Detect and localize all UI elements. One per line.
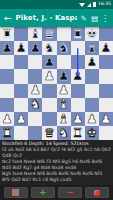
piece-black-pawn: ♟ [16,41,27,54]
square-e3[interactable]: ♝ [57,98,71,112]
piece-white-king: ♚ [86,126,97,139]
square-d7[interactable]: ♞ [42,41,56,55]
piece-white-bishop: ♝ [58,98,69,111]
piece-black-king: ♚ [86,27,97,40]
engine-pv-line[interactable]: Nc2 fxe4 Nxe4 Nf6 f3 Nf5 Bg5 h6 Nxf6 Bxf… [2,159,111,171]
square-h4[interactable] [99,84,113,98]
square-b1[interactable] [14,126,28,140]
piece-white-knight: ♞ [30,98,41,111]
square-h3[interactable] [99,98,113,112]
square-a4[interactable] [0,84,14,98]
piece-black-rook: ♜ [72,27,83,40]
square-c2[interactable] [28,112,42,126]
piece-white-pawn: ♟ [86,112,97,125]
board-setup-button[interactable] [4,187,28,198]
square-f7[interactable] [71,41,85,55]
square-g3[interactable] [85,98,99,112]
square-g1[interactable]: ♚ [85,126,99,140]
square-b2[interactable]: ♟ [14,112,28,126]
square-b5[interactable] [14,69,28,83]
delete-move-button[interactable]: − [58,187,82,198]
chess-board-container: ♜♝♛♜♚♟♟♟♞♞♝♟♟♟♟♟♟♟♟♞♝♟♟♝♟♟♟♜♛♞♜♚ [0,27,113,140]
engine-pv-line[interactable]: Bg5 fxe4 Nxe4 Nf6 Bxf6 Bxf6 Nxf6 Rxf6 Nf… [2,171,111,183]
piece-white-queen: ♛ [44,126,55,139]
piece-black-knight: ♞ [58,41,69,54]
square-e5[interactable]: ♟ [57,69,71,83]
piece-black-pawn: ♟ [44,56,55,69]
engine-toggle-button[interactable] [85,187,109,198]
square-d6[interactable]: ♟ [42,55,56,69]
clock-text: 16:35 [98,2,111,7]
square-c6[interactable] [28,55,42,69]
piece-white-pawn: ♟ [72,112,83,125]
square-d1[interactable]: ♛ [42,126,56,140]
piece-black-pawn: ♟ [1,41,12,54]
status-bar: 16:35 [0,0,113,9]
add-variation-button[interactable]: + [31,187,55,198]
piece-black-bishop: ♝ [30,27,41,40]
square-g2[interactable]: ♟ [85,112,99,126]
square-g8[interactable]: ♚ [85,27,99,41]
signal-icon [87,3,91,7]
square-e6[interactable] [57,55,71,69]
piece-white-knight: ♞ [58,126,69,139]
piece-black-pawn: ♟ [30,41,41,54]
wifi-icon [79,3,85,7]
square-g5[interactable] [85,69,99,83]
square-h8[interactable] [99,27,113,41]
piece-white-pawn: ♟ [30,84,41,97]
square-g6[interactable]: ♟ [85,55,99,69]
square-d4[interactable] [42,84,56,98]
piece-white-rook: ♜ [72,126,83,139]
square-f2[interactable]: ♟ [71,112,85,126]
square-c4[interactable]: ♟ [28,84,42,98]
red-circle-icon [94,190,100,196]
square-a2[interactable]: ♟ [0,112,14,126]
engine-analysis-panel[interactable]: Stockfish 6 Depth: 14 Speed: 521kn/s f3 … [0,140,113,185]
square-b8[interactable] [14,27,28,41]
piece-black-rook: ♜ [1,27,12,40]
square-b4[interactable] [14,84,28,98]
square-f3[interactable] [71,98,85,112]
square-f1[interactable]: ♜ [71,126,85,140]
piece-white-pawn: ♟ [16,112,27,125]
square-f5[interactable]: ♟ [71,69,85,83]
piece-black-knight: ♞ [44,41,55,54]
square-f4[interactable] [71,84,85,98]
piece-white-bishop: ♝ [58,112,69,125]
square-e4[interactable]: ♟ [57,84,71,98]
edit-pencil-icon[interactable]: ✎ [81,14,87,23]
square-f8[interactable]: ♜ [71,27,85,41]
square-a8[interactable]: ♜ [0,27,14,41]
square-b6[interactable] [14,55,28,69]
square-g4[interactable] [85,84,99,98]
square-e7[interactable]: ♞ [57,41,71,55]
piece-black-bishop: ♝ [86,41,97,54]
piece-black-pawn: ♟ [72,70,83,83]
overflow-menu-icon[interactable]: ⋮ [101,14,109,23]
piece-white-pawn: ♟ [58,84,69,97]
square-a3[interactable] [0,98,14,112]
minus-icon: − [66,188,74,197]
square-h7[interactable]: ♟ [99,41,113,55]
square-e1[interactable]: ♞ [57,126,71,140]
checkerboard-icon [12,189,19,196]
engine-pv-line[interactable]: f3 a5 Nd3 b6 b3 Bb7 Qc2 f4 Bf2 g5 Rc1 h6… [2,147,111,159]
square-c3[interactable]: ♞ [28,98,42,112]
square-b7[interactable]: ♟ [14,41,28,55]
square-d8[interactable]: ♛ [42,27,56,41]
square-c7[interactable]: ♟ [28,41,42,55]
square-f6[interactable] [71,55,85,69]
piece-black-pawn: ♟ [58,70,69,83]
square-h2[interactable]: ♟ [99,112,113,126]
piece-white-pawn: ♟ [44,70,55,83]
square-a7[interactable]: ♟ [0,41,14,55]
square-h1[interactable] [99,126,113,140]
square-d2[interactable] [42,112,56,126]
back-arrow-icon[interactable]: ← [4,13,12,23]
piece-white-pawn: ♟ [1,112,12,125]
square-e2[interactable]: ♝ [57,112,71,126]
square-h5[interactable] [99,69,113,83]
square-c5[interactable] [28,69,42,83]
square-c8[interactable]: ♝ [28,27,42,41]
battery-icon [93,2,96,7]
game-title: Piket, J. - Kaspar... [16,14,77,22]
piece-white-pawn: ♟ [100,112,111,125]
plus-icon: + [39,188,47,197]
square-a5[interactable] [0,69,14,83]
book-icon[interactable]: ▤ [91,14,98,23]
chess-board[interactable]: ♜♝♛♜♚♟♟♟♞♞♝♟♟♟♟♟♟♟♟♞♝♟♟♝♟♟♟♜♛♞♜♚ [0,27,113,140]
square-d5[interactable]: ♟ [42,69,56,83]
app-bar: ← Piket, J. - Kaspar... ✎ ▤ ⋮ [0,9,113,27]
square-a6[interactable] [0,55,14,69]
square-h6[interactable] [99,55,113,69]
square-a1[interactable]: ♜ [0,126,14,140]
square-c1[interactable] [28,126,42,140]
square-d3[interactable] [42,98,56,112]
square-g7[interactable]: ♝ [85,41,99,55]
square-e8[interactable] [57,27,71,41]
piece-black-pawn: ♟ [100,41,111,54]
piece-black-pawn: ♟ [86,56,97,69]
piece-white-rook: ♜ [1,126,12,139]
square-b3[interactable] [14,98,28,112]
bottom-toolbar: + − [0,185,113,200]
piece-black-queen: ♛ [44,27,55,40]
